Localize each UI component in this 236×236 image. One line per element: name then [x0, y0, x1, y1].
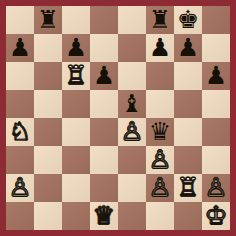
square-f2[interactable]: ♙ — [146, 174, 174, 202]
square-h5[interactable] — [202, 90, 230, 118]
piece-black-rook: ♜ — [149, 6, 171, 34]
square-e7[interactable] — [118, 34, 146, 62]
square-e1[interactable] — [118, 202, 146, 230]
square-f4[interactable]: ♛ — [146, 118, 174, 146]
square-e8[interactable] — [118, 6, 146, 34]
piece-white-king: ♔ — [205, 202, 227, 230]
square-a6[interactable] — [6, 62, 34, 90]
piece-black-pawn: ♟ — [149, 34, 171, 62]
square-d4[interactable] — [90, 118, 118, 146]
square-c8[interactable] — [62, 6, 90, 34]
square-h1[interactable]: ♔ — [202, 202, 230, 230]
square-f1[interactable] — [146, 202, 174, 230]
square-g8[interactable]: ♚ — [174, 6, 202, 34]
square-h4[interactable] — [202, 118, 230, 146]
square-d1[interactable]: ♕ — [90, 202, 118, 230]
square-g4[interactable] — [174, 118, 202, 146]
square-c7[interactable]: ♟ — [62, 34, 90, 62]
square-g3[interactable] — [174, 146, 202, 174]
square-a5[interactable] — [6, 90, 34, 118]
square-f8[interactable]: ♜ — [146, 6, 174, 34]
square-h6[interactable]: ♟ — [202, 62, 230, 90]
piece-white-pawn: ♙ — [149, 174, 171, 202]
square-b7[interactable] — [34, 34, 62, 62]
square-b1[interactable] — [34, 202, 62, 230]
square-c2[interactable] — [62, 174, 90, 202]
square-d8[interactable] — [90, 6, 118, 34]
piece-black-king: ♚ — [177, 6, 199, 34]
piece-white-knight: ♘ — [9, 118, 31, 146]
square-e3[interactable] — [118, 146, 146, 174]
square-a4[interactable]: ♘ — [6, 118, 34, 146]
square-a8[interactable] — [6, 6, 34, 34]
square-g6[interactable] — [174, 62, 202, 90]
piece-black-queen: ♛ — [149, 118, 171, 146]
piece-black-rook: ♜ — [37, 6, 59, 34]
square-a7[interactable]: ♟ — [6, 34, 34, 62]
piece-black-pawn: ♟ — [177, 34, 199, 62]
square-c3[interactable] — [62, 146, 90, 174]
piece-white-rook: ♖ — [65, 62, 87, 90]
square-a3[interactable] — [6, 146, 34, 174]
square-d7[interactable] — [90, 34, 118, 62]
piece-black-pawn: ♟ — [9, 34, 31, 62]
square-g7[interactable]: ♟ — [174, 34, 202, 62]
square-c4[interactable] — [62, 118, 90, 146]
chess-board-frame: ♜♜♚♟♟♟♟♖♟♟♝♘♙♛♙♙♙♖♙♕♔ — [0, 0, 236, 236]
square-a2[interactable]: ♙ — [6, 174, 34, 202]
square-b6[interactable] — [34, 62, 62, 90]
square-f5[interactable] — [146, 90, 174, 118]
piece-black-pawn: ♟ — [65, 34, 87, 62]
square-a1[interactable] — [6, 202, 34, 230]
square-c5[interactable] — [62, 90, 90, 118]
square-g2[interactable]: ♖ — [174, 174, 202, 202]
piece-black-pawn: ♟ — [205, 62, 227, 90]
square-b4[interactable] — [34, 118, 62, 146]
square-b5[interactable] — [34, 90, 62, 118]
square-d3[interactable] — [90, 146, 118, 174]
square-c1[interactable] — [62, 202, 90, 230]
square-e4[interactable]: ♙ — [118, 118, 146, 146]
square-b2[interactable] — [34, 174, 62, 202]
square-e5[interactable]: ♝ — [118, 90, 146, 118]
square-h8[interactable] — [202, 6, 230, 34]
piece-black-pawn: ♟ — [93, 62, 115, 90]
square-e6[interactable] — [118, 62, 146, 90]
square-f6[interactable] — [146, 62, 174, 90]
square-d5[interactable] — [90, 90, 118, 118]
piece-white-queen: ♕ — [93, 202, 115, 230]
piece-white-pawn: ♙ — [121, 118, 143, 146]
piece-white-rook: ♖ — [177, 174, 199, 202]
piece-white-pawn: ♙ — [9, 174, 31, 202]
square-h7[interactable] — [202, 34, 230, 62]
square-h2[interactable]: ♙ — [202, 174, 230, 202]
square-d6[interactable]: ♟ — [90, 62, 118, 90]
square-d2[interactable] — [90, 174, 118, 202]
square-g1[interactable] — [174, 202, 202, 230]
piece-white-pawn: ♙ — [149, 146, 171, 174]
square-b3[interactable] — [34, 146, 62, 174]
square-h3[interactable] — [202, 146, 230, 174]
piece-black-bishop: ♝ — [121, 90, 143, 118]
piece-white-pawn: ♙ — [205, 174, 227, 202]
square-b8[interactable]: ♜ — [34, 6, 62, 34]
square-f7[interactable]: ♟ — [146, 34, 174, 62]
square-g5[interactable] — [174, 90, 202, 118]
chess-board: ♜♜♚♟♟♟♟♖♟♟♝♘♙♛♙♙♙♖♙♕♔ — [6, 6, 230, 230]
square-c6[interactable]: ♖ — [62, 62, 90, 90]
square-e2[interactable] — [118, 174, 146, 202]
square-f3[interactable]: ♙ — [146, 146, 174, 174]
